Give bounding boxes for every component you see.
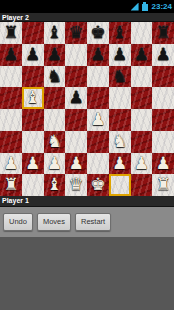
square-f5[interactable] — [109, 87, 131, 109]
square-b4[interactable] — [22, 109, 44, 131]
controls-panel: Undo Moves Restart — [0, 207, 174, 237]
square-e3[interactable] — [87, 131, 109, 153]
square-c3[interactable]: ♞ — [44, 131, 66, 153]
square-b5[interactable]: ♝ — [22, 87, 44, 109]
square-a8[interactable]: ♜ — [0, 22, 22, 44]
player2-bar: Player 2 — [0, 13, 174, 22]
piece-white-pawn: ♟ — [156, 153, 171, 175]
square-a1[interactable]: ♜ — [0, 174, 22, 196]
piece-black-pawn: ♟ — [25, 44, 40, 66]
piece-white-bishop: ♝ — [25, 87, 40, 109]
square-g7[interactable]: ♟ — [131, 44, 153, 66]
piece-white-rook: ♜ — [3, 174, 18, 196]
square-c2[interactable]: ♟ — [44, 153, 66, 175]
square-g1[interactable] — [131, 174, 153, 196]
piece-black-bishop: ♝ — [47, 22, 62, 44]
chess-board[interactable]: ♜♝♛♚♝♜♟♟♟♟♟♟♟♞♞♝♟♟♞♞♟♟♟♟♟♟♟♜♝♛♚♜ — [0, 22, 174, 196]
status-time: 23:24 — [152, 0, 172, 13]
square-f4[interactable] — [109, 109, 131, 131]
piece-white-knight: ♞ — [112, 131, 127, 153]
square-e2[interactable] — [87, 153, 109, 175]
status-bar: 23:24 — [0, 0, 174, 13]
background-area — [0, 237, 174, 298]
piece-black-rook: ♜ — [156, 22, 171, 44]
square-d3[interactable] — [65, 131, 87, 153]
square-e8[interactable]: ♚ — [87, 22, 109, 44]
square-h3[interactable] — [152, 131, 174, 153]
square-a3[interactable] — [0, 131, 22, 153]
piece-white-bishop: ♝ — [47, 174, 62, 196]
piece-black-knight: ♞ — [112, 66, 127, 88]
piece-black-queen: ♛ — [69, 22, 84, 44]
square-f6[interactable]: ♞ — [109, 66, 131, 88]
square-a4[interactable] — [0, 109, 22, 131]
piece-black-pawn: ♟ — [134, 44, 149, 66]
square-b1[interactable] — [22, 174, 44, 196]
piece-white-pawn: ♟ — [47, 153, 62, 175]
square-a5[interactable] — [0, 87, 22, 109]
square-d5[interactable]: ♟ — [65, 87, 87, 109]
square-e5[interactable] — [87, 87, 109, 109]
square-g3[interactable] — [131, 131, 153, 153]
piece-white-pawn: ♟ — [112, 153, 127, 175]
square-f2[interactable]: ♟ — [109, 153, 131, 175]
square-h8[interactable]: ♜ — [152, 22, 174, 44]
square-e4[interactable]: ♟ — [87, 109, 109, 131]
piece-white-knight: ♞ — [47, 131, 62, 153]
piece-white-pawn: ♟ — [90, 109, 105, 131]
square-c7[interactable]: ♟ — [44, 44, 66, 66]
square-e7[interactable]: ♟ — [87, 44, 109, 66]
square-a6[interactable] — [0, 66, 22, 88]
square-f8[interactable]: ♝ — [109, 22, 131, 44]
square-c6[interactable]: ♞ — [44, 66, 66, 88]
piece-black-pawn: ♟ — [112, 44, 127, 66]
player2-label: Player 2 — [2, 14, 29, 21]
square-b6[interactable] — [22, 66, 44, 88]
square-h6[interactable] — [152, 66, 174, 88]
moves-button[interactable]: Moves — [37, 213, 71, 231]
piece-white-rook: ♜ — [156, 174, 171, 196]
piece-black-pawn: ♟ — [90, 44, 105, 66]
square-f1[interactable] — [109, 174, 131, 196]
square-h4[interactable] — [152, 109, 174, 131]
square-g4[interactable] — [131, 109, 153, 131]
square-f3[interactable]: ♞ — [109, 131, 131, 153]
square-d2[interactable]: ♟ — [65, 153, 87, 175]
square-c5[interactable] — [44, 87, 66, 109]
piece-white-pawn: ♟ — [69, 153, 84, 175]
piece-black-king: ♚ — [90, 22, 105, 44]
piece-white-pawn: ♟ — [3, 153, 18, 175]
square-h2[interactable]: ♟ — [152, 153, 174, 175]
square-e1[interactable]: ♚ — [87, 174, 109, 196]
square-g8[interactable] — [131, 22, 153, 44]
phone-screen: 23:24 Player 2 ♜♝♛♚♝♜♟♟♟♟♟♟♟♞♞♝♟♟♞♞♟♟♟♟♟… — [0, 0, 174, 310]
square-d6[interactable] — [65, 66, 87, 88]
square-g2[interactable]: ♟ — [131, 153, 153, 175]
square-c8[interactable]: ♝ — [44, 22, 66, 44]
square-d8[interactable]: ♛ — [65, 22, 87, 44]
piece-black-bishop: ♝ — [112, 22, 127, 44]
piece-white-queen: ♛ — [69, 174, 84, 196]
battery-icon — [142, 2, 148, 11]
undo-button[interactable]: Undo — [3, 213, 33, 231]
square-b7[interactable]: ♟ — [22, 44, 44, 66]
square-b8[interactable] — [22, 22, 44, 44]
square-c4[interactable] — [44, 109, 66, 131]
square-d1[interactable]: ♛ — [65, 174, 87, 196]
square-g5[interactable] — [131, 87, 153, 109]
piece-white-king: ♚ — [90, 174, 105, 196]
piece-white-pawn: ♟ — [134, 153, 149, 175]
square-h1[interactable]: ♜ — [152, 174, 174, 196]
piece-black-pawn: ♟ — [3, 44, 18, 66]
piece-white-pawn: ♟ — [25, 153, 40, 175]
square-d7[interactable] — [65, 44, 87, 66]
square-c1[interactable]: ♝ — [44, 174, 66, 196]
player1-bar: Player 1 — [0, 196, 174, 207]
signal-icon — [131, 3, 139, 11]
square-b2[interactable]: ♟ — [22, 153, 44, 175]
square-g6[interactable] — [131, 66, 153, 88]
square-e6[interactable] — [87, 66, 109, 88]
square-a2[interactable]: ♟ — [0, 153, 22, 175]
player1-label: Player 1 — [2, 197, 29, 204]
piece-black-pawn: ♟ — [156, 44, 171, 66]
square-h7[interactable]: ♟ — [152, 44, 174, 66]
piece-black-knight: ♞ — [47, 66, 62, 88]
piece-black-pawn: ♟ — [69, 87, 84, 109]
square-d4[interactable] — [65, 109, 87, 131]
square-a7[interactable]: ♟ — [0, 44, 22, 66]
piece-black-pawn: ♟ — [47, 44, 62, 66]
square-f7[interactable]: ♟ — [109, 44, 131, 66]
square-h5[interactable] — [152, 87, 174, 109]
piece-black-rook: ♜ — [3, 22, 18, 44]
square-b3[interactable] — [22, 131, 44, 153]
restart-button[interactable]: Restart — [75, 213, 111, 231]
